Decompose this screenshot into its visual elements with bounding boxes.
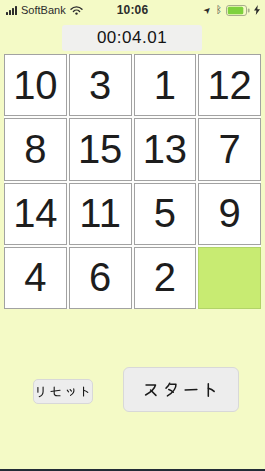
- reset-button[interactable]: リセット: [33, 379, 93, 404]
- kana-glyph: [34, 385, 47, 398]
- tile-8[interactable]: 8: [4, 118, 67, 180]
- start-button-label: [141, 381, 221, 399]
- tile-5[interactable]: 5: [134, 183, 197, 245]
- kana-glyph: [49, 385, 62, 398]
- status-bar-right: ➤ ᛒ: [204, 0, 260, 20]
- app-screen: SoftBank 10:06 ➤ ᛒ 00:04.01 103112815137…: [0, 0, 265, 471]
- tile-12[interactable]: 12: [198, 54, 261, 116]
- timer-display: 00:04.01: [62, 25, 202, 51]
- tile-3[interactable]: 3: [69, 54, 132, 116]
- start-button[interactable]: スタート: [123, 367, 239, 412]
- kana-glyph: [182, 381, 200, 399]
- tile-4[interactable]: 4: [4, 247, 67, 309]
- kana-glyph: [142, 381, 160, 399]
- status-bar: SoftBank 10:06 ➤ ᛒ: [0, 0, 265, 20]
- tile-13[interactable]: 13: [134, 118, 197, 180]
- tile-10[interactable]: 10: [4, 54, 67, 116]
- tile-6[interactable]: 6: [69, 247, 132, 309]
- charging-bolt-icon: [254, 5, 260, 15]
- tile-14[interactable]: 14: [4, 183, 67, 245]
- tile-11[interactable]: 11: [69, 183, 132, 245]
- kana-glyph: [202, 381, 220, 399]
- tile-2[interactable]: 2: [134, 247, 197, 309]
- tile-9[interactable]: 9: [198, 183, 261, 245]
- battery-icon: [226, 5, 250, 16]
- location-arrow-icon: ➤: [202, 4, 214, 16]
- tile-15[interactable]: 15: [69, 118, 132, 180]
- puzzle-board: 103112815137141159462: [4, 54, 261, 309]
- tile-1[interactable]: 1: [134, 54, 197, 116]
- empty-cell: [198, 247, 261, 309]
- bluetooth-icon: ᛒ: [216, 5, 222, 15]
- kana-glyph: [64, 385, 77, 398]
- kana-glyph: [79, 385, 92, 398]
- kana-glyph: [162, 381, 180, 399]
- reset-button-label: [33, 385, 93, 398]
- tile-7[interactable]: 7: [198, 118, 261, 180]
